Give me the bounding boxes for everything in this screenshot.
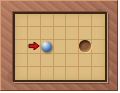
- board-cell: [54, 40, 67, 53]
- board-cell: [15, 40, 28, 53]
- board-cell: [28, 54, 41, 67]
- board-cell: [79, 54, 92, 67]
- board-cell: [54, 54, 67, 67]
- board-cell: [54, 27, 67, 40]
- board-cell: [28, 27, 41, 40]
- board-cell: [41, 14, 54, 27]
- board-cell: [92, 67, 105, 80]
- board-cell: [15, 54, 28, 67]
- board-cell: [92, 40, 105, 53]
- board-cell: [79, 40, 92, 53]
- board-cell: [41, 40, 54, 53]
- board-cell: [92, 54, 105, 67]
- blue-marble[interactable]: [41, 41, 52, 52]
- board-cell: [54, 67, 67, 80]
- board-cell: [15, 27, 28, 40]
- puzzle-board: [13, 12, 107, 82]
- board-cell: [66, 67, 79, 80]
- board-cell: [28, 67, 41, 80]
- board-cell: [79, 27, 92, 40]
- board-cell: [66, 14, 79, 27]
- board-cell: [66, 40, 79, 53]
- board-cell: [15, 67, 28, 80]
- board-cell: [92, 27, 105, 40]
- board-cell: [92, 14, 105, 27]
- board-cell: [41, 54, 54, 67]
- board-cell: [41, 67, 54, 80]
- board-cell: [79, 14, 92, 27]
- board-cell: [28, 40, 41, 53]
- board-cell: [41, 27, 54, 40]
- direction-arrow-icon[interactable]: [28, 41, 40, 51]
- hole: [79, 40, 91, 52]
- board-cell: [54, 14, 67, 27]
- board-cell: [28, 14, 41, 27]
- wooden-frame: [0, 0, 118, 91]
- board-cell: [66, 54, 79, 67]
- board-cell: [66, 27, 79, 40]
- board-cell: [79, 67, 92, 80]
- board-cell: [15, 14, 28, 27]
